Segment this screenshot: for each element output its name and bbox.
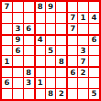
given-digit: 5 xyxy=(91,90,96,98)
cell-r3c8[interactable] xyxy=(78,24,88,34)
given-digit: 7 xyxy=(70,14,75,22)
given-digit: 1 xyxy=(4,58,9,66)
cell-r8c4: 1 xyxy=(35,78,45,88)
cell-r9c2[interactable] xyxy=(13,89,23,99)
cell-r7c8: 2 xyxy=(78,67,88,77)
given-digit: 3 xyxy=(26,79,31,87)
cell-r2c6[interactable] xyxy=(56,13,66,23)
given-digit: 2 xyxy=(81,69,86,77)
cell-r6c3[interactable] xyxy=(24,56,34,66)
cell-r1c4: 8 xyxy=(35,2,45,12)
given-digit: 7 xyxy=(81,58,86,66)
cell-r5c9[interactable] xyxy=(89,46,99,56)
cell-r8c9[interactable] xyxy=(89,78,99,88)
cell-r3c7: 7 xyxy=(67,24,77,34)
given-digit: 4 xyxy=(37,36,42,44)
cell-r6c9[interactable] xyxy=(89,56,99,66)
cell-r8c3: 3 xyxy=(24,78,34,88)
cell-r3c6[interactable] xyxy=(56,24,66,34)
given-digit: 9 xyxy=(48,3,53,11)
given-digit: 6 xyxy=(70,69,75,77)
cell-r4c9: 6 xyxy=(89,35,99,45)
cell-r5c6[interactable] xyxy=(56,46,66,56)
cell-r3c3: 6 xyxy=(24,24,34,34)
cell-r1c9[interactable] xyxy=(89,2,99,12)
cell-r6c8: 7 xyxy=(78,56,88,66)
cell-r7c5[interactable] xyxy=(46,67,56,77)
given-digit: 1 xyxy=(81,14,86,22)
cell-r6c4[interactable] xyxy=(35,56,45,66)
cell-r9c7[interactable] xyxy=(67,89,77,99)
given-digit: 5 xyxy=(48,47,53,55)
given-digit: 1 xyxy=(37,79,42,87)
cell-r9c5: 8 xyxy=(46,89,56,99)
cell-r2c1[interactable] xyxy=(2,13,12,23)
cell-r7c9[interactable] xyxy=(89,67,99,77)
cell-r5c7[interactable] xyxy=(67,46,77,56)
cell-r6c6: 8 xyxy=(56,56,66,66)
sudoku-board: 789714367946653187862631825 xyxy=(0,0,101,101)
cell-r5c5: 5 xyxy=(46,46,56,56)
cell-r1c7[interactable] xyxy=(67,2,77,12)
given-digit: 9 xyxy=(15,36,20,44)
cell-r5c2: 6 xyxy=(13,46,23,56)
given-digit: 6 xyxy=(15,47,20,55)
cell-r8c1: 6 xyxy=(2,78,12,88)
cell-r8c2[interactable] xyxy=(13,78,23,88)
cell-r6c7[interactable] xyxy=(67,56,77,66)
cell-r3c2: 3 xyxy=(13,24,23,34)
cell-r4c4: 4 xyxy=(35,35,45,45)
cell-r7c2[interactable] xyxy=(13,67,23,77)
cell-r1c5: 9 xyxy=(46,2,56,12)
cell-r7c3: 8 xyxy=(24,67,34,77)
cell-r9c8[interactable] xyxy=(78,89,88,99)
given-digit: 8 xyxy=(26,69,31,77)
cell-r6c5[interactable] xyxy=(46,56,56,66)
cell-r2c8: 1 xyxy=(78,13,88,23)
cell-r7c4[interactable] xyxy=(35,67,45,77)
given-digit: 4 xyxy=(91,14,96,22)
cell-r5c3[interactable] xyxy=(24,46,34,56)
cell-r2c3[interactable] xyxy=(24,13,34,23)
cell-r2c7: 7 xyxy=(67,13,77,23)
cell-r3c4[interactable] xyxy=(35,24,45,34)
cell-r4c1[interactable] xyxy=(2,35,12,45)
cell-r6c1: 1 xyxy=(2,56,12,66)
given-digit: 8 xyxy=(48,90,53,98)
cell-r7c7: 6 xyxy=(67,67,77,77)
given-digit: 8 xyxy=(37,3,42,11)
cell-r4c3[interactable] xyxy=(24,35,34,45)
given-digit: 2 xyxy=(59,90,64,98)
cell-r1c6[interactable] xyxy=(56,2,66,12)
cell-r9c1[interactable] xyxy=(2,89,12,99)
given-digit: 3 xyxy=(15,25,20,33)
cell-r1c3[interactable] xyxy=(24,2,34,12)
cell-r4c8[interactable] xyxy=(78,35,88,45)
cell-r5c8: 3 xyxy=(78,46,88,56)
cell-r1c8[interactable] xyxy=(78,2,88,12)
cell-r4c5[interactable] xyxy=(46,35,56,45)
cell-r9c6: 2 xyxy=(56,89,66,99)
cell-r7c1[interactable] xyxy=(2,67,12,77)
cell-r2c4[interactable] xyxy=(35,13,45,23)
cell-r3c1[interactable] xyxy=(2,24,12,34)
given-digit: 8 xyxy=(59,58,64,66)
cell-r7c6[interactable] xyxy=(56,67,66,77)
cell-r6c2[interactable] xyxy=(13,56,23,66)
cell-r9c4[interactable] xyxy=(35,89,45,99)
cell-r9c3[interactable] xyxy=(24,89,34,99)
given-digit: 3 xyxy=(81,47,86,55)
cell-r2c9: 4 xyxy=(89,13,99,23)
cell-r8c7[interactable] xyxy=(67,78,77,88)
cell-r8c6[interactable] xyxy=(56,78,66,88)
cell-r5c1[interactable] xyxy=(2,46,12,56)
cell-r8c8[interactable] xyxy=(78,78,88,88)
given-digit: 7 xyxy=(4,3,9,11)
cell-r4c7[interactable] xyxy=(67,35,77,45)
cell-r2c5[interactable] xyxy=(46,13,56,23)
given-digit: 6 xyxy=(4,79,9,87)
cell-r1c2[interactable] xyxy=(13,2,23,12)
cell-r2c2[interactable] xyxy=(13,13,23,23)
cell-r9c9: 5 xyxy=(89,89,99,99)
cell-r5c4[interactable] xyxy=(35,46,45,56)
cell-r8c5[interactable] xyxy=(46,78,56,88)
cell-r3c5[interactable] xyxy=(46,24,56,34)
given-digit: 6 xyxy=(26,25,31,33)
cell-r4c2: 9 xyxy=(13,35,23,45)
given-digit: 7 xyxy=(70,25,75,33)
given-digit: 6 xyxy=(91,36,96,44)
cell-r4c6[interactable] xyxy=(56,35,66,45)
cell-r3c9[interactable] xyxy=(89,24,99,34)
cell-r1c1: 7 xyxy=(2,2,12,12)
